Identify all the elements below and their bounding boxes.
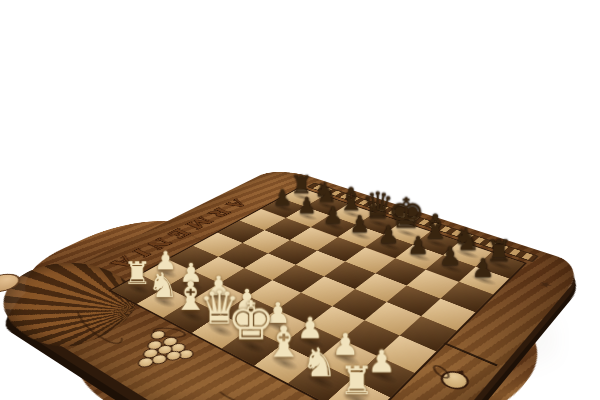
chess-set: ARMENIA ★ ♜♞♝♛♚♝♞♜♟♟♟♟♟♟♟♟♟♟♟♟♟♟♟♟♜♞♝♛♚♝…	[0, 166, 588, 400]
pomegranate-crown	[455, 368, 467, 375]
eagle-head	[0, 270, 24, 295]
star-icon: ★	[536, 278, 556, 290]
photo-backdrop: ARMENIA ★ ♜♞♝♛♚♝♞♜♟♟♟♟♟♟♟♟♟♟♟♟♟♟♟♟♜♞♝♛♚♝…	[0, 0, 600, 400]
square-h1: ♜	[325, 378, 391, 400]
chessboard: ♜♞♝♛♚♝♞♜♟♟♟♟♟♟♟♟♟♟♟♟♟♟♟♟♜♞♝♛♚♝♞♜	[108, 187, 526, 400]
piece-white-rook-h1: ♜	[319, 362, 394, 400]
square-h7: ♟	[458, 266, 509, 294]
piece-black-pawn-h7: ♟	[453, 255, 513, 281]
